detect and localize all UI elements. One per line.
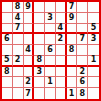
cell-r3c2[interactable]: 7 [13,24,24,35]
cell-r9c7[interactable]: 1 [67,88,78,99]
cell-r2c2[interactable]: 4 [13,13,24,24]
cell-r5c3[interactable]: 4 [24,45,35,56]
sudoku-board: 89743974562734685281832216718 [0,0,101,101]
cell-r8c6[interactable] [56,77,67,88]
cell-r1c5[interactable] [45,2,56,13]
cell-r1c1[interactable] [2,2,13,13]
cell-r6c6[interactable] [56,56,67,67]
cell-r8c9[interactable] [88,77,99,88]
cell-r6c7[interactable] [67,56,78,67]
cell-r3c5[interactable] [45,24,56,35]
cell-r3c8[interactable] [77,24,88,35]
cell-r7c5[interactable] [45,67,56,78]
cell-r4c9[interactable]: 3 [88,34,99,45]
cell-r9c6[interactable] [56,88,67,99]
cell-r2c4[interactable] [34,13,45,24]
cell-r9c3[interactable]: 7 [24,88,35,99]
cell-r8c5[interactable]: 1 [45,77,56,88]
cell-r4c8[interactable]: 7 [77,34,88,45]
cell-r8c7[interactable] [67,77,78,88]
cell-r2c1[interactable] [2,13,13,24]
cell-r4c3[interactable] [24,34,35,45]
cell-r9c9[interactable] [88,88,99,99]
cell-r1c2[interactable]: 8 [13,2,24,13]
cell-r6c3[interactable] [24,56,35,67]
cell-r4c1[interactable]: 6 [2,34,13,45]
cell-r4c2[interactable] [13,34,24,45]
cell-r8c4[interactable] [34,77,45,88]
cell-r3c6[interactable]: 4 [56,24,67,35]
cell-r7c9[interactable] [88,67,99,78]
cell-r8c8[interactable]: 6 [77,77,88,88]
cell-r4c6[interactable]: 2 [56,34,67,45]
cell-r1c7[interactable]: 7 [67,2,78,13]
cell-r1c8[interactable] [77,2,88,13]
cell-r2c5[interactable]: 3 [45,13,56,24]
cell-r1c4[interactable] [34,2,45,13]
cell-r1c6[interactable] [56,2,67,13]
cell-r2c3[interactable] [24,13,35,24]
cell-r3c4[interactable] [34,24,45,35]
cell-r4c4[interactable] [34,34,45,45]
cell-r6c4[interactable]: 8 [34,56,45,67]
cell-r7c8[interactable]: 2 [77,67,88,78]
cell-r3c9[interactable]: 5 [88,24,99,35]
cell-r8c2[interactable] [13,77,24,88]
cell-r7c7[interactable] [67,67,78,78]
cell-r7c3[interactable] [24,67,35,78]
cell-r5c8[interactable] [77,45,88,56]
cell-r6c9[interactable]: 1 [88,56,99,67]
cell-r4c7[interactable] [67,34,78,45]
cell-r9c2[interactable] [13,88,24,99]
cell-r3c7[interactable] [67,24,78,35]
cell-r9c5[interactable] [45,88,56,99]
cell-r5c4[interactable] [34,45,45,56]
cell-r2c7[interactable]: 9 [67,13,78,24]
cell-r8c1[interactable] [2,77,13,88]
cell-r4c5[interactable] [45,34,56,45]
cell-r8c3[interactable]: 2 [24,77,35,88]
cell-r7c1[interactable]: 8 [2,67,13,78]
cell-r2c9[interactable] [88,13,99,24]
cell-r7c4[interactable]: 3 [34,67,45,78]
cell-r9c4[interactable] [34,88,45,99]
cell-r5c9[interactable] [88,45,99,56]
cell-r6c5[interactable] [45,56,56,67]
cell-r5c7[interactable]: 8 [67,45,78,56]
cell-r5c5[interactable]: 6 [45,45,56,56]
cell-r3c3[interactable] [24,24,35,35]
cell-r5c2[interactable] [13,45,24,56]
cell-r9c8[interactable]: 8 [77,88,88,99]
cell-r7c6[interactable] [56,67,67,78]
cell-r7c2[interactable] [13,67,24,78]
cell-r2c6[interactable] [56,13,67,24]
cell-r3c1[interactable] [2,24,13,35]
cell-r9c1[interactable] [2,88,13,99]
cell-r1c9[interactable] [88,2,99,13]
cell-r2c8[interactable] [77,13,88,24]
cell-r5c6[interactable] [56,45,67,56]
cell-r6c1[interactable]: 5 [2,56,13,67]
cell-r5c1[interactable] [2,45,13,56]
cell-r1c3[interactable]: 9 [24,2,35,13]
cell-r6c8[interactable] [77,56,88,67]
cell-r6c2[interactable]: 2 [13,56,24,67]
